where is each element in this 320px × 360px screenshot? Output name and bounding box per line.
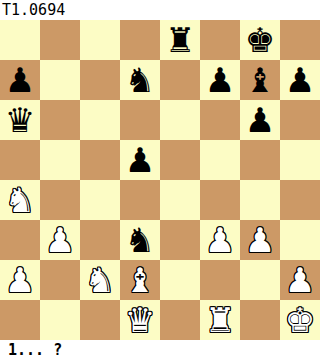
white-pawn-h2: ♟ xyxy=(285,260,315,300)
square-d2[interactable]: ♝ xyxy=(120,260,160,300)
white-pawn-a2: ♟ xyxy=(5,260,35,300)
black-knight-d7: ♞ xyxy=(125,60,155,100)
square-e4[interactable] xyxy=(160,180,200,220)
square-d4[interactable] xyxy=(120,180,160,220)
black-pawn-d5: ♟ xyxy=(125,140,155,180)
square-c1[interactable] xyxy=(80,300,120,340)
square-f7[interactable]: ♟ xyxy=(200,60,240,100)
square-f4[interactable] xyxy=(200,180,240,220)
square-b1[interactable] xyxy=(40,300,80,340)
square-g2[interactable] xyxy=(240,260,280,300)
square-e8[interactable]: ♜ xyxy=(160,20,200,60)
white-queen-d1: ♛ xyxy=(125,300,155,340)
square-a5[interactable] xyxy=(0,140,40,180)
square-h8[interactable] xyxy=(280,20,320,60)
square-g7[interactable]: ♝ xyxy=(240,60,280,100)
white-knight-c2: ♞ xyxy=(85,260,115,300)
square-g3[interactable]: ♟ xyxy=(240,220,280,260)
square-f6[interactable] xyxy=(200,100,240,140)
square-e6[interactable] xyxy=(160,100,200,140)
move-prompt: 1... ? xyxy=(0,340,320,360)
square-f1[interactable]: ♜ xyxy=(200,300,240,340)
square-f2[interactable] xyxy=(200,260,240,300)
square-h2[interactable]: ♟ xyxy=(280,260,320,300)
square-g5[interactable] xyxy=(240,140,280,180)
square-g1[interactable] xyxy=(240,300,280,340)
square-b4[interactable] xyxy=(40,180,80,220)
square-c5[interactable] xyxy=(80,140,120,180)
white-pawn-f3: ♟ xyxy=(205,220,235,260)
square-a2[interactable]: ♟ xyxy=(0,260,40,300)
square-a6[interactable]: ♛ xyxy=(0,100,40,140)
square-e2[interactable] xyxy=(160,260,200,300)
square-g4[interactable] xyxy=(240,180,280,220)
square-e1[interactable] xyxy=(160,300,200,340)
square-b6[interactable] xyxy=(40,100,80,140)
square-h5[interactable] xyxy=(280,140,320,180)
square-b3[interactable]: ♟ xyxy=(40,220,80,260)
black-king-g8: ♚ xyxy=(245,20,275,60)
square-f8[interactable] xyxy=(200,20,240,60)
square-a8[interactable] xyxy=(0,20,40,60)
black-pawn-h7: ♟ xyxy=(285,60,315,100)
square-b5[interactable] xyxy=(40,140,80,180)
square-c3[interactable] xyxy=(80,220,120,260)
square-a3[interactable] xyxy=(0,220,40,260)
square-b2[interactable] xyxy=(40,260,80,300)
square-c2[interactable]: ♞ xyxy=(80,260,120,300)
square-c4[interactable] xyxy=(80,180,120,220)
square-f3[interactable]: ♟ xyxy=(200,220,240,260)
square-b7[interactable] xyxy=(40,60,80,100)
square-d1[interactable]: ♛ xyxy=(120,300,160,340)
square-e7[interactable] xyxy=(160,60,200,100)
square-d6[interactable] xyxy=(120,100,160,140)
square-a4[interactable]: ♞ xyxy=(0,180,40,220)
square-b8[interactable] xyxy=(40,20,80,60)
black-rook-e8: ♜ xyxy=(165,20,195,60)
square-h4[interactable] xyxy=(280,180,320,220)
square-a7[interactable]: ♟ xyxy=(0,60,40,100)
square-g8[interactable]: ♚ xyxy=(240,20,280,60)
square-d8[interactable] xyxy=(120,20,160,60)
black-bishop-g7: ♝ xyxy=(245,60,275,100)
black-pawn-g6: ♟ xyxy=(245,100,275,140)
black-pawn-a7: ♟ xyxy=(5,60,35,100)
square-e5[interactable] xyxy=(160,140,200,180)
white-pawn-g3: ♟ xyxy=(245,220,275,260)
square-d3[interactable]: ♞ xyxy=(120,220,160,260)
white-pawn-b3: ♟ xyxy=(45,220,75,260)
square-d7[interactable]: ♞ xyxy=(120,60,160,100)
square-h3[interactable] xyxy=(280,220,320,260)
chess-puzzle-app: T1.0694 ♜♚♟♞♟♝♟♛♟♟♞♟♞♟♟♟♞♝♟♛♜♚ 1... ? xyxy=(0,0,320,360)
square-d5[interactable]: ♟ xyxy=(120,140,160,180)
square-c8[interactable] xyxy=(80,20,120,60)
black-knight-d3: ♞ xyxy=(125,220,155,260)
black-queen-a6: ♛ xyxy=(5,100,35,140)
square-f5[interactable] xyxy=(200,140,240,180)
puzzle-title: T1.0694 xyxy=(0,0,320,20)
square-g6[interactable]: ♟ xyxy=(240,100,280,140)
square-c7[interactable] xyxy=(80,60,120,100)
square-h7[interactable]: ♟ xyxy=(280,60,320,100)
white-knight-a4: ♞ xyxy=(5,180,35,220)
square-h1[interactable]: ♚ xyxy=(280,300,320,340)
square-h6[interactable] xyxy=(280,100,320,140)
black-pawn-f7: ♟ xyxy=(205,60,235,100)
white-rook-f1: ♜ xyxy=(205,300,235,340)
white-bishop-d2: ♝ xyxy=(125,260,155,300)
square-e3[interactable] xyxy=(160,220,200,260)
chess-board: ♜♚♟♞♟♝♟♛♟♟♞♟♞♟♟♟♞♝♟♛♜♚ xyxy=(0,20,320,340)
square-a1[interactable] xyxy=(0,300,40,340)
white-king-h1: ♚ xyxy=(285,300,315,340)
square-c6[interactable] xyxy=(80,100,120,140)
